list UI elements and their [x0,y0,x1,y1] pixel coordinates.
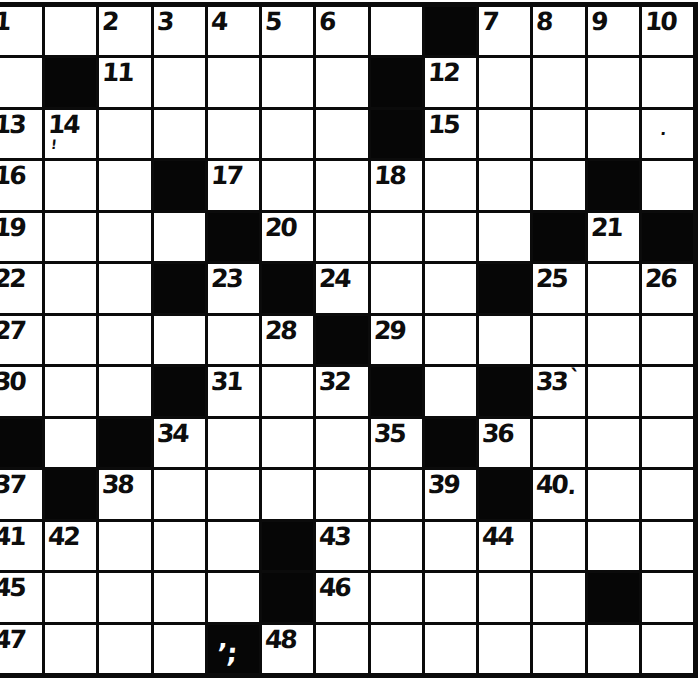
cell-r9c10[interactable]: 36 [479,419,530,467]
cell-r10c11[interactable]: 40. [533,470,584,518]
clue-number-29: 29 [373,318,406,343]
cell-r11c5[interactable] [208,522,259,570]
cell-r8c11[interactable]: 33` [533,367,584,415]
cell-r8c13[interactable] [642,367,693,415]
clue-number-42: 42 [47,524,80,549]
cell-r8c5[interactable]: 31 [208,367,259,415]
cell-r2c4[interactable] [154,58,205,106]
block-cell-r10c10 [479,470,530,518]
cell-r11c4[interactable] [154,522,205,570]
cell-r11c12[interactable] [588,522,639,570]
cell-r1c8[interactable] [371,7,422,55]
clue-number-19: 19 [0,215,26,240]
clue-number-5: 5 [264,9,281,34]
cell-r8c9[interactable] [425,367,476,415]
cell-r2c9[interactable]: 12 [425,58,476,106]
cell-r5c8[interactable] [371,213,422,261]
clue-number-34: 34 [156,421,189,446]
cell-r6c9[interactable] [425,264,476,312]
cell-r12c4[interactable] [154,573,205,621]
cell-r4c7[interactable] [316,161,367,209]
cell-r9c11[interactable] [533,419,584,467]
cell-r4c8[interactable]: 18 [371,161,422,209]
cell-r4c11[interactable] [533,161,584,209]
block-cell-r13c5: ’; [208,625,259,673]
cell-r10c9[interactable]: 39 [425,470,476,518]
cell-r10c6[interactable] [262,470,313,518]
cell-r12c2[interactable] [45,573,96,621]
block-cell-r9c1 [0,419,42,467]
cell-r1c10[interactable]: 7 [479,7,530,55]
clue-number-18: 18 [373,163,406,188]
cell-r1c4[interactable]: 3 [154,7,205,55]
clue-number-4: 4 [210,9,227,34]
cell-r7c1[interactable]: 27 [0,316,42,364]
cell-r6c11[interactable]: 25 [533,264,584,312]
clue-number-47: 47 [0,627,26,652]
cell-r4c6[interactable] [262,161,313,209]
cell-r6c12[interactable] [588,264,639,312]
cell-r5c9[interactable] [425,213,476,261]
cell-r1c7[interactable]: 6 [316,7,367,55]
clue-number-31: 31 [210,369,243,394]
clue-number-28: 28 [264,318,297,343]
cell-r11c2[interactable]: 42 [45,522,96,570]
cell-r13c7[interactable] [316,625,367,673]
cell-r7c11[interactable] [533,316,584,364]
clue-number-25: 25 [535,266,568,291]
block-cell-r8c8 [371,367,422,415]
cell-r1c6[interactable]: 5 [262,7,313,55]
clue-number-39: 39 [427,472,460,497]
cell-r13c6[interactable]: 48 [262,625,313,673]
cell-r4c1[interactable]: 16 [0,161,42,209]
block-cell-r4c12 [588,161,639,209]
cell-r3c12[interactable] [588,110,639,158]
cell-r13c3[interactable] [99,625,150,673]
cell-r3c4[interactable] [154,110,205,158]
cell-r12c13[interactable] [642,573,693,621]
cell-r7c6[interactable]: 28 [262,316,313,364]
crossword-grid: 1234567891011121314!15·16171819202122232… [0,2,698,678]
clue-number-48: 48 [264,627,297,652]
cell-r10c12[interactable] [588,470,639,518]
block-cell-r5c5 [208,213,259,261]
clue-number-24: 24 [319,266,352,291]
cell-r5c1[interactable]: 19 [0,213,42,261]
cell-r3c1[interactable]: 13 [0,110,42,158]
cell-r10c7[interactable] [316,470,367,518]
block-cell-r8c4 [154,367,205,415]
cell-r12c3[interactable] [99,573,150,621]
cell-r4c5[interactable]: 17 [208,161,259,209]
scan-artifact: ! [51,138,58,151]
cell-r4c2[interactable] [45,161,96,209]
cell-r3c11[interactable] [533,110,584,158]
cell-r6c3[interactable] [99,264,150,312]
scan-artifact: ` [568,367,581,389]
clue-number-45: 45 [0,575,26,600]
block-cell-r6c10 [479,264,530,312]
clue-number-6: 6 [319,9,336,34]
cell-r12c8[interactable] [371,573,422,621]
cell-r9c7[interactable] [316,419,367,467]
cell-r7c12[interactable] [588,316,639,364]
clue-number-11: 11 [102,60,135,85]
cell-r13c9[interactable] [425,625,476,673]
cell-r2c11[interactable] [533,58,584,106]
cell-r9c8[interactable]: 35 [371,419,422,467]
block-cell-r12c12 [588,573,639,621]
block-cell-r9c9 [425,419,476,467]
cell-r5c7[interactable] [316,213,367,261]
clue-number-7: 7 [481,9,498,34]
cell-r3c13[interactable]: · [642,110,693,158]
clue-number-2: 2 [102,9,119,34]
cell-r3c7[interactable] [316,110,367,158]
cell-r12c9[interactable] [425,573,476,621]
cell-r1c5[interactable]: 4 [208,7,259,55]
block-cell-r11c6 [262,522,313,570]
cell-r1c12[interactable]: 9 [588,7,639,55]
cell-r4c13[interactable] [642,161,693,209]
cell-r7c13[interactable] [642,316,693,364]
block-cell-r2c2 [45,58,96,106]
cell-r7c4[interactable] [154,316,205,364]
clue-number-41: 41 [0,524,26,549]
clue-number-37: 37 [0,472,26,497]
cell-r5c12[interactable]: 21 [588,213,639,261]
cell-r3c2[interactable]: 14! [45,110,96,158]
cell-r9c5[interactable] [208,419,259,467]
cell-r13c4[interactable] [154,625,205,673]
cell-r8c2[interactable] [45,367,96,415]
cell-r3c6[interactable] [262,110,313,158]
cell-r12c10[interactable] [479,573,530,621]
cell-r1c3[interactable]: 2 [99,7,150,55]
block-cell-r3c8 [371,110,422,158]
block-cell-r12c6 [262,573,313,621]
clue-number-36: 36 [481,421,514,446]
clue-number-17: 17 [210,163,243,188]
block-cell-r2c8 [371,58,422,106]
cell-r13c1[interactable]: 47 [0,625,42,673]
cell-r11c11[interactable] [533,522,584,570]
cell-r9c4[interactable]: 34 [154,419,205,467]
cell-r12c11[interactable] [533,573,584,621]
cell-r11c3[interactable] [99,522,150,570]
cell-r5c10[interactable] [479,213,530,261]
clue-number-16: 16 [0,163,26,188]
cell-r8c7[interactable]: 32 [316,367,367,415]
cell-r4c3[interactable] [99,161,150,209]
clue-number-44: 44 [481,524,514,549]
cell-r10c5[interactable] [208,470,259,518]
cell-r2c3[interactable]: 11 [99,58,150,106]
cell-r3c3[interactable] [99,110,150,158]
cell-r9c12[interactable] [588,419,639,467]
clue-number-12: 12 [427,60,460,85]
block-cell-r7c7 [316,316,367,364]
cell-r9c6[interactable] [262,419,313,467]
cell-r10c3[interactable]: 38 [99,470,150,518]
cell-r2c7[interactable] [316,58,367,106]
cell-r6c5[interactable]: 23 [208,264,259,312]
cell-r6c1[interactable]: 22 [0,264,42,312]
scan-artifact: ’; [216,640,239,666]
cell-r10c8[interactable] [371,470,422,518]
cell-r1c1[interactable]: 1 [0,7,42,55]
cell-r13c8[interactable] [371,625,422,673]
clue-number-9: 9 [590,9,607,34]
cell-r8c1[interactable]: 30 [0,367,42,415]
clue-number-21: 21 [590,215,623,240]
clue-number-40: 40 [535,472,568,497]
clue-number-26: 26 [644,266,677,291]
cell-r13c2[interactable] [45,625,96,673]
block-cell-r10c2 [45,470,96,518]
cell-r1c2[interactable] [45,7,96,55]
clue-number-43: 43 [319,524,352,549]
cell-r11c8[interactable] [371,522,422,570]
scan-artifact: . [567,476,578,498]
block-cell-r5c11 [533,213,584,261]
cell-r4c10[interactable] [479,161,530,209]
cell-r10c4[interactable] [154,470,205,518]
cell-r2c5[interactable] [208,58,259,106]
cell-r7c2[interactable] [45,316,96,364]
clue-number-27: 27 [0,318,26,343]
cell-r11c1[interactable]: 41 [0,522,42,570]
clue-number-33: 33 [535,369,568,394]
cell-r9c13[interactable] [642,419,693,467]
cell-r13c13[interactable] [642,625,693,673]
clue-number-23: 23 [210,266,243,291]
cell-r8c12[interactable] [588,367,639,415]
cell-r13c10[interactable] [479,625,530,673]
cell-r1c13[interactable]: 10 [642,7,693,55]
scan-artifact: · [659,126,667,142]
cell-r8c3[interactable] [99,367,150,415]
cell-r11c10[interactable]: 44 [479,522,530,570]
block-cell-r8c10 [479,367,530,415]
clue-number-38: 38 [102,472,135,497]
cell-r6c2[interactable] [45,264,96,312]
cell-r2c12[interactable] [588,58,639,106]
clue-number-1: 1 [0,9,10,34]
cell-r10c13[interactable] [642,470,693,518]
cell-r3c5[interactable] [208,110,259,158]
clue-number-35: 35 [373,421,406,446]
cell-r3c9[interactable]: 15 [425,110,476,158]
cell-r5c4[interactable] [154,213,205,261]
block-cell-r4c4 [154,161,205,209]
crossword-scan-page: 1234567891011121314!15·16171819202122232… [0,0,700,681]
block-cell-r9c3 [99,419,150,467]
cell-r6c13[interactable]: 26 [642,264,693,312]
cell-r13c12[interactable] [588,625,639,673]
cell-r7c9[interactable] [425,316,476,364]
clue-number-14: 14 [47,112,80,137]
cell-r4c9[interactable] [425,161,476,209]
clue-number-13: 13 [0,112,26,137]
clue-number-10: 10 [644,9,677,34]
cell-r1c11[interactable]: 8 [533,7,584,55]
cell-r3c10[interactable] [479,110,530,158]
cell-r2c1[interactable] [0,58,42,106]
clue-number-8: 8 [535,9,552,34]
cell-r7c5[interactable] [208,316,259,364]
cell-r11c9[interactable] [425,522,476,570]
cell-r2c10[interactable] [479,58,530,106]
clue-number-22: 22 [0,266,26,291]
cell-r7c3[interactable] [99,316,150,364]
cell-r12c1[interactable]: 45 [0,573,42,621]
clue-number-20: 20 [264,215,297,240]
cell-r2c13[interactable] [642,58,693,106]
cell-r9c2[interactable] [45,419,96,467]
block-cell-r6c4 [154,264,205,312]
clue-number-30: 30 [0,369,26,394]
cell-r5c6[interactable]: 20 [262,213,313,261]
cell-r5c2[interactable] [45,213,96,261]
block-cell-r5c13 [642,213,693,261]
cell-r6c8[interactable] [371,264,422,312]
cell-r11c7[interactable]: 43 [316,522,367,570]
block-cell-r6c6 [262,264,313,312]
block-cell-r1c9 [425,7,476,55]
clue-number-32: 32 [319,369,352,394]
clue-number-46: 46 [319,575,352,600]
clue-number-15: 15 [427,112,460,137]
clue-number-3: 3 [156,9,173,34]
cell-r10c1[interactable]: 37 [0,470,42,518]
cell-r6c7[interactable]: 24 [316,264,367,312]
cell-r7c10[interactable] [479,316,530,364]
cell-r2c6[interactable] [262,58,313,106]
cell-r12c5[interactable] [208,573,259,621]
cell-r12c7[interactable]: 46 [316,573,367,621]
cell-r7c8[interactable]: 29 [371,316,422,364]
cell-r13c11[interactable] [533,625,584,673]
cell-r11c13[interactable] [642,522,693,570]
cell-r8c6[interactable] [262,367,313,415]
cell-r5c3[interactable] [99,213,150,261]
